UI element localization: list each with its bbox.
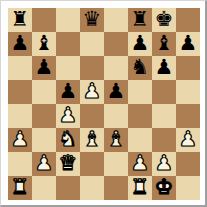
white-rook: ♜ (11, 176, 30, 199)
square-c8[interactable] (56, 8, 80, 32)
square-b5[interactable] (32, 80, 56, 104)
square-c5[interactable]: ♟ (56, 80, 80, 104)
white-pawn: ♟ (35, 152, 54, 175)
black-pawn: ♟ (155, 56, 174, 79)
white-bishop: ♝ (83, 128, 102, 151)
square-d2[interactable] (80, 152, 104, 176)
black-king: ♚ (155, 8, 174, 31)
square-g8[interactable]: ♚ (152, 8, 176, 32)
square-h4[interactable] (176, 104, 200, 128)
square-f8[interactable]: ♜ (128, 8, 152, 32)
white-pawn: ♟ (59, 104, 78, 127)
square-b7[interactable]: ♝ (32, 32, 56, 56)
square-d7[interactable] (80, 32, 104, 56)
square-c7[interactable] (56, 32, 80, 56)
black-pawn: ♟ (107, 80, 126, 103)
square-h6[interactable] (176, 56, 200, 80)
square-b1[interactable] (32, 176, 56, 200)
square-f1[interactable]: ♜ (128, 176, 152, 200)
black-queen: ♛ (83, 8, 102, 31)
white-pawn: ♟ (83, 80, 102, 103)
square-b6[interactable]: ♟ (32, 56, 56, 80)
board-frame: ♜♛♜♚♟♝♟♝♟♟♞♟♟♟♟♟♟♞♝♝♟♟♛♟♟♜♜♚ (0, 0, 207, 207)
square-f2[interactable]: ♟ (128, 152, 152, 176)
square-c2[interactable]: ♛ (56, 152, 80, 176)
white-bishop: ♝ (107, 128, 126, 151)
square-e5[interactable]: ♟ (104, 80, 128, 104)
white-queen: ♛ (59, 152, 78, 175)
square-b2[interactable]: ♟ (32, 152, 56, 176)
square-a2[interactable] (8, 152, 32, 176)
square-f6[interactable]: ♞ (128, 56, 152, 80)
square-d1[interactable] (80, 176, 104, 200)
black-bishop: ♝ (35, 32, 54, 55)
square-a4[interactable] (8, 104, 32, 128)
square-a7[interactable]: ♟ (8, 32, 32, 56)
square-g5[interactable] (152, 80, 176, 104)
square-d8[interactable]: ♛ (80, 8, 104, 32)
square-c3[interactable]: ♞ (56, 128, 80, 152)
square-b8[interactable] (32, 8, 56, 32)
square-a5[interactable] (8, 80, 32, 104)
black-knight: ♞ (131, 56, 150, 79)
square-d6[interactable] (80, 56, 104, 80)
white-knight: ♞ (59, 128, 78, 151)
square-e8[interactable] (104, 8, 128, 32)
square-f3[interactable] (128, 128, 152, 152)
square-e3[interactable]: ♝ (104, 128, 128, 152)
white-pawn: ♟ (11, 128, 30, 151)
square-b4[interactable] (32, 104, 56, 128)
white-pawn: ♟ (155, 152, 174, 175)
square-a1[interactable]: ♜ (8, 176, 32, 200)
square-g3[interactable] (152, 128, 176, 152)
square-e2[interactable] (104, 152, 128, 176)
black-pawn: ♟ (35, 56, 54, 79)
chess-board: ♜♛♜♚♟♝♟♝♟♟♞♟♟♟♟♟♟♞♝♝♟♟♛♟♟♜♜♚ (8, 8, 200, 200)
square-d4[interactable] (80, 104, 104, 128)
square-b3[interactable] (32, 128, 56, 152)
square-e4[interactable] (104, 104, 128, 128)
black-pawn: ♟ (59, 80, 78, 103)
square-f4[interactable] (128, 104, 152, 128)
square-h5[interactable] (176, 80, 200, 104)
black-bishop: ♝ (155, 32, 174, 55)
black-rook: ♜ (131, 8, 150, 31)
white-rook: ♜ (131, 176, 150, 199)
square-e1[interactable] (104, 176, 128, 200)
white-king: ♚ (155, 176, 174, 199)
white-pawn: ♟ (179, 128, 198, 151)
square-h1[interactable] (176, 176, 200, 200)
square-f5[interactable] (128, 80, 152, 104)
square-g1[interactable]: ♚ (152, 176, 176, 200)
square-g7[interactable]: ♝ (152, 32, 176, 56)
square-h3[interactable]: ♟ (176, 128, 200, 152)
black-pawn: ♟ (131, 32, 150, 55)
square-c1[interactable] (56, 176, 80, 200)
white-pawn: ♟ (131, 152, 150, 175)
square-c4[interactable]: ♟ (56, 104, 80, 128)
square-e7[interactable] (104, 32, 128, 56)
black-pawn: ♟ (11, 32, 30, 55)
black-pawn: ♟ (179, 32, 198, 55)
square-a6[interactable] (8, 56, 32, 80)
square-d5[interactable]: ♟ (80, 80, 104, 104)
square-h2[interactable] (176, 152, 200, 176)
square-g4[interactable] (152, 104, 176, 128)
black-rook: ♜ (11, 8, 30, 31)
square-d3[interactable]: ♝ (80, 128, 104, 152)
square-a3[interactable]: ♟ (8, 128, 32, 152)
square-e6[interactable] (104, 56, 128, 80)
square-a8[interactable]: ♜ (8, 8, 32, 32)
square-g2[interactable]: ♟ (152, 152, 176, 176)
square-c6[interactable] (56, 56, 80, 80)
square-h8[interactable] (176, 8, 200, 32)
square-f7[interactable]: ♟ (128, 32, 152, 56)
square-g6[interactable]: ♟ (152, 56, 176, 80)
square-h7[interactable]: ♟ (176, 32, 200, 56)
